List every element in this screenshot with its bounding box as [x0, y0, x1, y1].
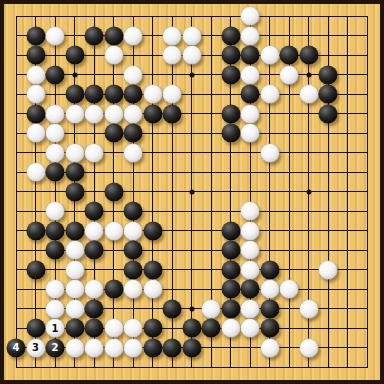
stone-white[interactable] — [65, 338, 84, 357]
stone-black[interactable] — [85, 241, 104, 260]
stone-black[interactable] — [104, 280, 123, 299]
stone-black[interactable] — [221, 221, 240, 240]
stone-black[interactable] — [26, 46, 45, 65]
stone-black[interactable] — [182, 338, 201, 357]
stone-white[interactable] — [124, 65, 143, 84]
stone-white[interactable] — [104, 46, 123, 65]
stone-white[interactable] — [260, 46, 279, 65]
stone-white[interactable] — [241, 65, 260, 84]
stone-white[interactable] — [46, 280, 65, 299]
stone-white[interactable] — [124, 338, 143, 357]
stone-white[interactable] — [241, 241, 260, 260]
stone-black[interactable] — [65, 221, 84, 240]
stone-white[interactable] — [26, 163, 45, 182]
stone-white[interactable] — [280, 280, 299, 299]
stone-white[interactable] — [46, 143, 65, 162]
stone-white[interactable] — [85, 104, 104, 123]
stone-white[interactable] — [299, 299, 318, 318]
stone-black[interactable] — [65, 85, 84, 104]
stone-black[interactable] — [85, 26, 104, 45]
stone-black[interactable] — [221, 260, 240, 279]
stone-black[interactable] — [46, 65, 65, 84]
stone-white[interactable] — [163, 85, 182, 104]
stone-white[interactable] — [65, 104, 84, 123]
stone-white[interactable]: 3 — [26, 338, 45, 357]
stone-white[interactable] — [85, 143, 104, 162]
stone-white[interactable] — [143, 85, 162, 104]
stone-black[interactable] — [260, 260, 279, 279]
stone-black[interactable] — [85, 299, 104, 318]
stone-white[interactable] — [260, 143, 279, 162]
stone-white[interactable] — [241, 26, 260, 45]
stone-white[interactable] — [182, 46, 201, 65]
stone-white[interactable] — [124, 221, 143, 240]
stone-black[interactable]: 4 — [7, 338, 26, 357]
stone-white[interactable] — [260, 85, 279, 104]
move-number-label: 4 — [13, 343, 20, 353]
stone-black[interactable] — [124, 260, 143, 279]
stone-black[interactable] — [65, 163, 84, 182]
stone-white[interactable] — [124, 280, 143, 299]
stone-black[interactable] — [46, 221, 65, 240]
stone-black[interactable] — [65, 46, 84, 65]
stone-white[interactable] — [241, 299, 260, 318]
stone-black[interactable] — [319, 65, 338, 84]
stone-black[interactable] — [221, 46, 240, 65]
stone-black[interactable]: 2 — [46, 338, 65, 357]
stone-black[interactable] — [202, 319, 221, 338]
stone-black[interactable] — [319, 85, 338, 104]
stone-black[interactable] — [143, 104, 162, 123]
star-point — [189, 189, 194, 194]
stone-black[interactable] — [124, 124, 143, 143]
stone-white[interactable] — [85, 221, 104, 240]
stone-white[interactable] — [241, 7, 260, 26]
stone-white[interactable] — [280, 65, 299, 84]
stone-white[interactable] — [124, 26, 143, 45]
stone-white[interactable] — [65, 241, 84, 260]
stone-white[interactable] — [260, 338, 279, 357]
stone-black[interactable] — [85, 85, 104, 104]
stone-white[interactable] — [26, 85, 45, 104]
stone-white[interactable] — [26, 124, 45, 143]
stone-white[interactable] — [85, 280, 104, 299]
stone-black[interactable] — [85, 202, 104, 221]
stone-black[interactable] — [221, 104, 240, 123]
grid-line-horizontal — [16, 211, 368, 212]
stone-white[interactable] — [241, 202, 260, 221]
stone-white[interactable] — [124, 104, 143, 123]
stone-white[interactable] — [46, 202, 65, 221]
stone-black[interactable] — [241, 46, 260, 65]
stone-black[interactable] — [260, 299, 279, 318]
stone-black[interactable] — [143, 319, 162, 338]
stone-black[interactable] — [319, 104, 338, 123]
stone-white[interactable] — [104, 104, 123, 123]
grid-line-vertical — [347, 16, 348, 368]
stone-white[interactable] — [46, 299, 65, 318]
stone-black[interactable] — [163, 338, 182, 357]
move-number-label: 1 — [52, 323, 59, 333]
stone-black[interactable] — [163, 104, 182, 123]
stone-white[interactable] — [85, 338, 104, 357]
star-point — [189, 306, 194, 311]
stone-white[interactable] — [241, 104, 260, 123]
stone-black[interactable] — [221, 26, 240, 45]
stone-white[interactable] — [163, 46, 182, 65]
stone-white[interactable] — [241, 260, 260, 279]
stone-white[interactable] — [104, 221, 123, 240]
stone-white[interactable] — [241, 319, 260, 338]
stone-black[interactable] — [104, 182, 123, 201]
stone-black[interactable] — [124, 85, 143, 104]
stone-black[interactable] — [46, 163, 65, 182]
stone-black[interactable] — [26, 319, 45, 338]
stone-black[interactable] — [85, 319, 104, 338]
stone-black[interactable] — [143, 260, 162, 279]
stone-black[interactable] — [241, 280, 260, 299]
stone-white[interactable]: 1 — [46, 319, 65, 338]
stone-white[interactable] — [319, 260, 338, 279]
stone-white[interactable] — [46, 26, 65, 45]
stone-black[interactable] — [104, 85, 123, 104]
stone-white[interactable] — [46, 104, 65, 123]
stone-black[interactable] — [182, 319, 201, 338]
stone-black[interactable] — [241, 85, 260, 104]
stone-black[interactable] — [260, 319, 279, 338]
stone-black[interactable] — [163, 299, 182, 318]
stone-black[interactable] — [104, 26, 123, 45]
stone-white[interactable] — [182, 26, 201, 45]
stone-black[interactable] — [124, 202, 143, 221]
move-number-label: 3 — [32, 343, 39, 353]
stone-black[interactable] — [26, 26, 45, 45]
stone-white[interactable] — [65, 280, 84, 299]
stone-black[interactable] — [26, 221, 45, 240]
stone-white[interactable] — [202, 299, 221, 318]
stone-black[interactable] — [221, 299, 240, 318]
star-point — [189, 72, 194, 77]
stone-white[interactable] — [104, 338, 123, 357]
stone-white[interactable] — [124, 143, 143, 162]
stone-white[interactable] — [163, 26, 182, 45]
stone-white[interactable] — [143, 280, 162, 299]
stone-white[interactable] — [260, 280, 279, 299]
stone-black[interactable] — [65, 319, 84, 338]
stone-white[interactable] — [241, 124, 260, 143]
star-point — [306, 189, 311, 194]
stone-black[interactable] — [26, 260, 45, 279]
stone-black[interactable] — [143, 338, 162, 357]
grid-line-vertical — [367, 16, 368, 368]
grid-line-horizontal — [16, 367, 368, 368]
star-point — [72, 72, 77, 77]
stone-white[interactable] — [26, 65, 45, 84]
stone-white[interactable] — [124, 319, 143, 338]
stone-black[interactable] — [221, 65, 240, 84]
stone-white[interactable] — [46, 124, 65, 143]
stone-white[interactable] — [241, 221, 260, 240]
stone-white[interactable] — [299, 85, 318, 104]
stone-black[interactable] — [26, 104, 45, 123]
stone-black[interactable] — [221, 280, 240, 299]
stone-black[interactable] — [221, 241, 240, 260]
stone-white[interactable] — [65, 299, 84, 318]
stone-black[interactable] — [221, 124, 240, 143]
stone-black[interactable] — [65, 182, 84, 201]
stone-white[interactable] — [299, 338, 318, 357]
stone-black[interactable] — [299, 46, 318, 65]
move-number-label: 2 — [52, 343, 59, 353]
stone-white[interactable] — [65, 143, 84, 162]
stone-black[interactable] — [143, 221, 162, 240]
go-board[interactable]: 1432 — [0, 0, 384, 384]
stone-black[interactable] — [46, 241, 65, 260]
stone-black[interactable] — [124, 241, 143, 260]
stone-white[interactable] — [65, 260, 84, 279]
stone-white[interactable] — [221, 319, 240, 338]
stone-black[interactable] — [280, 46, 299, 65]
stone-black[interactable] — [104, 124, 123, 143]
star-point — [306, 72, 311, 77]
stone-white[interactable] — [104, 319, 123, 338]
